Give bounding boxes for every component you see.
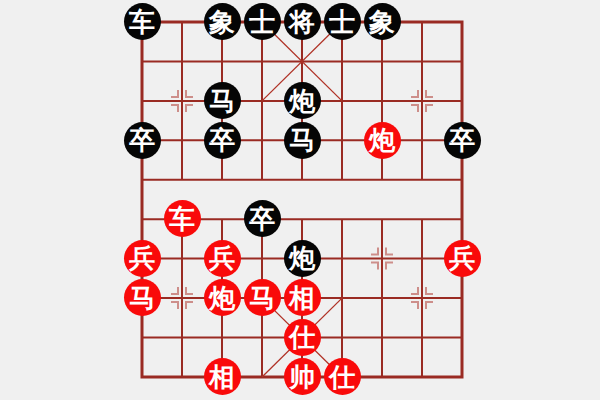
- piece-red-elephant-c1[interactable]: 相: [204, 358, 241, 395]
- piece-black-soldier-c7[interactable]: 卒: [204, 122, 241, 159]
- piece-red-soldier-i4[interactable]: 兵: [444, 240, 481, 277]
- piece-black-elephant-g10[interactable]: 象: [364, 3, 401, 40]
- piece-red-advisor-f1[interactable]: 仕: [324, 358, 361, 395]
- piece-black-soldier-a7[interactable]: 卒: [124, 122, 161, 159]
- piece-black-soldier-d5[interactable]: 卒: [244, 200, 281, 237]
- piece-red-chariot-b5[interactable]: 车: [164, 200, 201, 237]
- piece-black-advisor-f10[interactable]: 士: [324, 3, 361, 40]
- piece-black-chariot-a10[interactable]: 车: [124, 3, 161, 40]
- piece-black-advisor-d10[interactable]: 士: [244, 3, 281, 40]
- piece-black-cannon-e8[interactable]: 炮: [284, 82, 321, 119]
- piece-black-elephant-c10[interactable]: 象: [204, 3, 241, 40]
- piece-black-cannon-e4[interactable]: 炮: [284, 240, 321, 277]
- piece-red-soldier-a4[interactable]: 兵: [124, 240, 161, 277]
- xiangqi-app-background: 车象士将士象马炮卒卒马炮卒车卒兵兵炮兵马炮马相仕相帅仕: [0, 0, 600, 400]
- piece-red-cannon-g7[interactable]: 炮: [364, 122, 401, 159]
- piece-red-soldier-c4[interactable]: 兵: [204, 240, 241, 277]
- piece-red-horse-d3[interactable]: 马: [244, 279, 281, 316]
- piece-black-soldier-i7[interactable]: 卒: [444, 122, 481, 159]
- piece-red-horse-a3[interactable]: 马: [124, 279, 161, 316]
- piece-red-advisor-e2[interactable]: 仕: [284, 319, 321, 356]
- piece-black-horse-e7[interactable]: 马: [284, 122, 321, 159]
- piece-layer: 车象士将士象马炮卒卒马炮卒车卒兵兵炮兵马炮马相仕相帅仕: [122, 2, 482, 396]
- piece-red-cannon-c3[interactable]: 炮: [204, 279, 241, 316]
- piece-red-general-e1[interactable]: 帅: [284, 358, 321, 395]
- piece-black-general-e10[interactable]: 将: [284, 3, 321, 40]
- xiangqi-board: 车象士将士象马炮卒卒马炮卒车卒兵兵炮兵马炮马相仕相帅仕: [122, 2, 482, 397]
- piece-red-elephant-e3[interactable]: 相: [284, 279, 321, 316]
- piece-black-horse-c8[interactable]: 马: [204, 82, 241, 119]
